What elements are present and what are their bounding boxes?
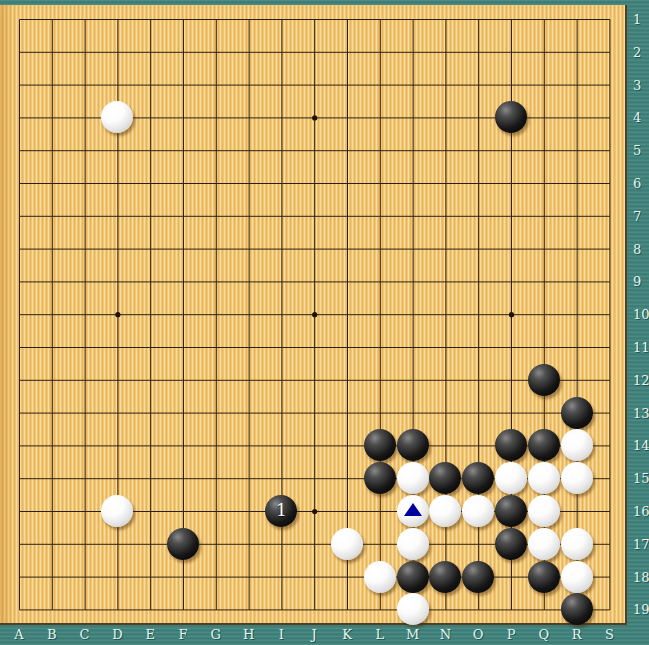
board-point[interactable] [232,199,265,232]
board-point[interactable] [429,134,462,167]
board-point[interactable] [331,495,364,528]
board-point[interactable] [527,298,560,331]
board-point[interactable] [3,331,36,364]
board-point[interactable] [527,167,560,200]
board-point[interactable] [462,232,495,265]
board-point[interactable] [593,396,626,429]
board-point[interactable] [560,495,593,528]
board-point[interactable] [265,101,298,134]
board-point[interactable] [298,560,331,593]
board-point[interactable] [396,68,429,101]
board-point[interactable] [134,396,167,429]
board-point[interactable] [429,35,462,68]
board-point[interactable] [101,232,134,265]
board-point[interactable] [363,495,396,528]
board-point[interactable] [429,167,462,200]
board-point[interactable] [495,298,528,331]
board-point[interactable] [560,429,593,462]
board-point[interactable] [134,232,167,265]
board-point[interactable] [593,495,626,528]
board-point[interactable] [265,298,298,331]
board-point[interactable] [462,396,495,429]
board-point[interactable] [3,363,36,396]
board-point[interactable] [429,462,462,495]
board-point[interactable] [363,3,396,36]
board-point[interactable] [527,593,560,626]
board-point[interactable] [363,68,396,101]
board-point[interactable] [232,593,265,626]
board-point[interactable] [199,331,232,364]
board-point[interactable] [298,167,331,200]
board-point[interactable] [68,363,101,396]
board-point[interactable] [134,363,167,396]
board-point[interactable] [396,3,429,36]
board-point[interactable] [396,495,429,528]
board-point[interactable] [134,462,167,495]
board-point[interactable] [331,134,364,167]
board-point[interactable] [167,560,200,593]
board-point[interactable] [68,199,101,232]
board-point[interactable] [429,527,462,560]
board-point[interactable] [101,363,134,396]
board-point[interactable] [495,167,528,200]
board-point[interactable] [35,396,68,429]
board-point[interactable] [134,331,167,364]
board-point[interactable] [462,199,495,232]
board-point[interactable] [527,35,560,68]
board-point[interactable] [68,560,101,593]
board-point[interactable] [560,167,593,200]
board-point[interactable] [429,101,462,134]
board-point[interactable] [101,593,134,626]
board-point[interactable] [101,527,134,560]
board-point[interactable] [593,101,626,134]
board-point[interactable] [298,429,331,462]
board-point[interactable] [167,298,200,331]
board-point[interactable] [495,265,528,298]
board-point[interactable] [363,199,396,232]
board-point[interactable] [134,68,167,101]
board-point[interactable] [462,167,495,200]
board-point[interactable] [593,3,626,36]
board-point[interactable] [232,35,265,68]
board-point[interactable] [3,396,36,429]
board-point[interactable] [68,527,101,560]
board-point[interactable] [593,199,626,232]
board-point[interactable] [396,429,429,462]
board-point[interactable] [3,527,36,560]
board-point[interactable] [462,527,495,560]
board-point[interactable] [462,363,495,396]
board-point[interactable] [101,560,134,593]
board-point[interactable] [462,331,495,364]
board-point[interactable] [199,593,232,626]
board-point[interactable] [68,167,101,200]
board-point[interactable] [134,298,167,331]
board-point[interactable] [560,298,593,331]
board-point[interactable] [331,331,364,364]
board-point[interactable] [495,331,528,364]
board-point[interactable] [396,462,429,495]
board-point[interactable] [199,134,232,167]
board-point[interactable] [363,593,396,626]
board-point[interactable] [199,462,232,495]
board-point[interactable] [35,134,68,167]
board-point[interactable] [593,429,626,462]
board-point[interactable] [101,331,134,364]
board-point[interactable] [593,363,626,396]
board-point[interactable] [3,232,36,265]
board-point[interactable] [429,68,462,101]
board-point[interactable] [331,167,364,200]
board-point[interactable] [298,3,331,36]
board-point[interactable]: 1 [265,495,298,528]
board-point[interactable] [134,429,167,462]
board-point[interactable] [298,331,331,364]
board-point[interactable] [298,527,331,560]
board-point[interactable] [3,462,36,495]
board-point[interactable] [134,101,167,134]
board-point[interactable] [134,527,167,560]
board-point[interactable] [265,527,298,560]
board-point[interactable] [560,527,593,560]
board-point[interactable] [527,232,560,265]
board-point[interactable] [495,3,528,36]
board-point[interactable] [232,429,265,462]
board-point[interactable] [35,527,68,560]
board-point[interactable] [363,298,396,331]
board-point[interactable] [232,462,265,495]
board-point[interactable] [232,232,265,265]
board-point[interactable] [167,495,200,528]
board-point[interactable] [462,560,495,593]
board-point[interactable] [232,68,265,101]
board-point[interactable] [167,527,200,560]
board-point[interactable] [429,265,462,298]
board-point[interactable] [495,199,528,232]
board-point[interactable] [35,35,68,68]
board-point[interactable] [265,199,298,232]
board-point[interactable] [462,429,495,462]
board-point[interactable] [298,593,331,626]
board-point[interactable] [298,298,331,331]
board-point[interactable] [527,495,560,528]
board-point[interactable] [167,331,200,364]
board-point[interactable] [232,167,265,200]
board-point[interactable] [593,593,626,626]
board-point[interactable] [199,167,232,200]
board-point[interactable] [495,527,528,560]
board-point[interactable] [35,560,68,593]
board-point[interactable] [527,527,560,560]
board-point[interactable] [35,101,68,134]
board-point[interactable] [167,265,200,298]
board-point[interactable] [35,68,68,101]
board-point[interactable] [199,68,232,101]
board-point[interactable] [3,560,36,593]
board-point[interactable] [560,68,593,101]
board-point[interactable] [527,68,560,101]
board-point[interactable] [68,232,101,265]
board-point[interactable] [232,3,265,36]
board-point[interactable] [527,134,560,167]
board-point[interactable] [199,3,232,36]
board-point[interactable] [396,265,429,298]
board-point[interactable] [199,199,232,232]
board-point[interactable] [199,298,232,331]
board-point[interactable] [3,495,36,528]
board-point[interactable] [429,560,462,593]
board-point[interactable] [462,593,495,626]
board-point[interactable] [363,429,396,462]
board-point[interactable] [134,560,167,593]
board-point[interactable] [331,232,364,265]
board-point[interactable] [199,265,232,298]
board-point[interactable] [101,396,134,429]
board-point[interactable] [429,331,462,364]
board-point[interactable] [3,199,36,232]
board-point[interactable] [331,396,364,429]
board-point[interactable] [35,167,68,200]
board-point[interactable] [101,101,134,134]
board-point[interactable] [363,527,396,560]
board-point[interactable] [167,593,200,626]
board-point[interactable] [363,363,396,396]
board-point[interactable] [527,101,560,134]
board-point[interactable] [429,495,462,528]
board-point[interactable] [68,396,101,429]
board-point[interactable] [68,593,101,626]
board-point[interactable] [68,265,101,298]
board-point[interactable] [68,429,101,462]
board-point[interactable] [167,35,200,68]
board-point[interactable] [527,265,560,298]
board-point[interactable] [101,495,134,528]
board-point[interactable] [560,232,593,265]
board-point[interactable] [560,560,593,593]
board-point[interactable] [560,462,593,495]
board-point[interactable] [298,232,331,265]
board-point[interactable] [3,101,36,134]
board-point[interactable] [331,560,364,593]
board-point[interactable] [35,199,68,232]
board-point[interactable] [35,331,68,364]
board-point[interactable] [527,396,560,429]
board-point[interactable] [68,68,101,101]
board-point[interactable] [265,35,298,68]
board-point[interactable] [331,35,364,68]
board-point[interactable] [495,134,528,167]
board-point[interactable] [68,462,101,495]
board-point[interactable] [560,331,593,364]
board-point[interactable] [298,265,331,298]
board-point[interactable] [232,134,265,167]
board-point[interactable] [462,35,495,68]
board-point[interactable] [68,3,101,36]
board-point[interactable] [331,265,364,298]
board-point[interactable] [396,527,429,560]
board-point[interactable] [35,363,68,396]
board-point[interactable] [396,167,429,200]
board-point[interactable] [462,134,495,167]
board-point[interactable] [167,429,200,462]
board-point[interactable] [265,429,298,462]
board-point[interactable] [101,265,134,298]
board-point[interactable] [35,232,68,265]
board-point[interactable] [265,167,298,200]
board-point[interactable] [298,68,331,101]
board-point[interactable] [429,199,462,232]
board-point[interactable] [331,527,364,560]
board-point[interactable] [265,396,298,429]
board-point[interactable] [134,593,167,626]
board-point[interactable] [3,68,36,101]
board-point[interactable] [35,462,68,495]
board-point[interactable] [495,232,528,265]
board-point[interactable] [396,134,429,167]
board-point[interactable] [396,101,429,134]
board-point[interactable] [495,101,528,134]
board-point[interactable] [462,462,495,495]
board-point[interactable] [363,560,396,593]
board-point[interactable] [593,35,626,68]
board-point[interactable] [396,331,429,364]
board-point[interactable] [593,265,626,298]
board-point[interactable] [232,265,265,298]
board-point[interactable] [167,68,200,101]
board-point[interactable] [396,35,429,68]
board-point[interactable] [68,331,101,364]
board-point[interactable] [265,331,298,364]
board-point[interactable] [232,396,265,429]
board-point[interactable] [527,363,560,396]
board-point[interactable] [495,363,528,396]
board-point[interactable] [3,134,36,167]
board-point[interactable] [593,298,626,331]
board-point[interactable] [3,167,36,200]
board-point[interactable] [101,462,134,495]
board-point[interactable] [560,593,593,626]
board-point[interactable] [429,298,462,331]
board-point[interactable] [101,429,134,462]
board-point[interactable] [167,462,200,495]
board-point[interactable] [593,134,626,167]
board-point[interactable] [298,199,331,232]
board-point[interactable] [101,3,134,36]
board-point[interactable] [560,265,593,298]
board-point[interactable] [199,560,232,593]
board-point[interactable] [134,3,167,36]
board-point[interactable] [298,101,331,134]
board-point[interactable] [134,495,167,528]
board-point[interactable] [35,298,68,331]
board-point[interactable] [363,101,396,134]
board-point[interactable] [495,68,528,101]
board-point[interactable] [396,298,429,331]
board-point[interactable] [462,495,495,528]
board-point[interactable] [593,527,626,560]
board-point[interactable] [593,560,626,593]
board-point[interactable] [35,593,68,626]
board-point[interactable] [232,560,265,593]
board-point[interactable] [232,298,265,331]
board-point[interactable] [331,298,364,331]
board-point[interactable] [363,331,396,364]
board-point[interactable] [560,101,593,134]
board-point[interactable] [298,134,331,167]
board-point[interactable] [462,101,495,134]
board-point[interactable] [199,495,232,528]
board-point[interactable] [3,265,36,298]
board-point[interactable] [560,363,593,396]
board-point[interactable] [331,101,364,134]
board-point[interactable] [527,199,560,232]
board-point[interactable] [68,35,101,68]
board-point[interactable] [265,363,298,396]
board-point[interactable] [495,593,528,626]
board-point[interactable] [199,101,232,134]
board-point[interactable] [560,3,593,36]
board-point[interactable] [495,429,528,462]
board-point[interactable] [167,134,200,167]
board-point[interactable] [363,167,396,200]
board-point[interactable] [331,68,364,101]
board-point[interactable] [101,68,134,101]
board-point[interactable] [265,593,298,626]
board-point[interactable] [363,35,396,68]
board-point[interactable] [593,462,626,495]
board-point[interactable] [101,134,134,167]
board-point[interactable] [232,101,265,134]
board-point[interactable] [199,363,232,396]
board-point[interactable] [134,35,167,68]
board-point[interactable] [495,495,528,528]
board-point[interactable] [495,396,528,429]
board-point[interactable] [331,593,364,626]
board-point[interactable] [101,35,134,68]
board-point[interactable] [429,429,462,462]
board-point[interactable] [363,232,396,265]
board-point[interactable] [396,199,429,232]
board-point[interactable] [560,199,593,232]
board-point[interactable] [298,363,331,396]
board-point[interactable] [68,495,101,528]
board-point[interactable] [429,593,462,626]
board-point[interactable] [363,462,396,495]
board-point[interactable] [3,298,36,331]
board-point[interactable] [265,462,298,495]
board-point[interactable] [593,68,626,101]
board-point[interactable] [3,35,36,68]
board-point[interactable] [527,429,560,462]
board-point[interactable] [68,298,101,331]
board-point[interactable] [199,35,232,68]
board-point[interactable] [298,462,331,495]
board-point[interactable] [560,396,593,429]
board-point[interactable] [68,101,101,134]
board-point[interactable] [396,232,429,265]
board-point[interactable] [462,265,495,298]
board-point[interactable] [298,35,331,68]
board-point[interactable] [101,199,134,232]
board-point[interactable] [3,593,36,626]
board-point[interactable] [331,199,364,232]
board-point[interactable] [527,331,560,364]
board-point[interactable] [265,3,298,36]
board-point[interactable] [560,134,593,167]
board-point[interactable] [265,560,298,593]
board-point[interactable] [232,495,265,528]
